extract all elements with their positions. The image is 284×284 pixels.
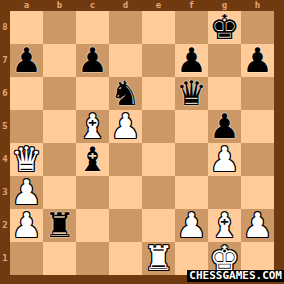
square-f2[interactable]: ♟: [175, 209, 208, 242]
square-f6[interactable]: ♛: [175, 77, 208, 110]
file-label-d: d: [109, 0, 142, 11]
file-label-e: e: [142, 0, 175, 11]
file-label-c: c: [76, 0, 109, 11]
piece-black-pawn-h7: ♟: [242, 44, 272, 77]
piece-white-pawn-f2: ♟: [176, 209, 206, 242]
square-g7[interactable]: [208, 44, 241, 77]
square-b1[interactable]: [43, 242, 76, 275]
square-h7[interactable]: ♟: [241, 44, 274, 77]
piece-white-pawn-a2: ♟: [11, 209, 41, 242]
piece-black-bishop-c4: ♝: [77, 143, 107, 176]
square-e6[interactable]: [142, 77, 175, 110]
square-g4[interactable]: ♟: [208, 143, 241, 176]
square-d4[interactable]: [109, 143, 142, 176]
square-h4[interactable]: [241, 143, 274, 176]
chessgames-watermark: CHESSGAMES.COM: [187, 270, 284, 282]
rank-label-1: 1: [0, 242, 10, 275]
square-c4[interactable]: ♝: [76, 143, 109, 176]
square-e8[interactable]: [142, 11, 175, 44]
square-f4[interactable]: [175, 143, 208, 176]
square-b2[interactable]: ♜: [43, 209, 76, 242]
square-b4[interactable]: [43, 143, 76, 176]
rank-label-6: 6: [0, 77, 10, 110]
piece-white-rook-e1: ♜: [143, 242, 173, 275]
square-h6[interactable]: [241, 77, 274, 110]
square-d3[interactable]: [109, 176, 142, 209]
square-c3[interactable]: [76, 176, 109, 209]
square-b5[interactable]: [43, 110, 76, 143]
square-e4[interactable]: [142, 143, 175, 176]
square-a7[interactable]: ♟: [10, 44, 43, 77]
piece-black-rook-b2: ♜: [44, 209, 74, 242]
square-a1[interactable]: [10, 242, 43, 275]
chess-board-diagram: abcdefgh 87654321 ♚♟♟♟♟♞♛♝♟♟♛♝♟♟♟♜♟♝♟♜♚ …: [0, 0, 284, 284]
square-e1[interactable]: ♜: [142, 242, 175, 275]
rank-label-7: 7: [0, 44, 10, 77]
rank-label-5: 5: [0, 110, 10, 143]
rank-label-8: 8: [0, 11, 10, 44]
file-label-b: b: [43, 0, 76, 11]
rank-labels: 87654321: [0, 11, 10, 275]
piece-black-pawn-c7: ♟: [77, 44, 107, 77]
chess-board: ♚♟♟♟♟♞♛♝♟♟♛♝♟♟♟♜♟♝♟♜♚: [10, 11, 274, 275]
rank-label-2: 2: [0, 209, 10, 242]
square-b6[interactable]: [43, 77, 76, 110]
square-h5[interactable]: [241, 110, 274, 143]
piece-black-queen-f6: ♛: [176, 77, 206, 110]
square-d2[interactable]: [109, 209, 142, 242]
square-g8[interactable]: ♚: [208, 11, 241, 44]
square-c2[interactable]: [76, 209, 109, 242]
square-f5[interactable]: [175, 110, 208, 143]
rank-label-3: 3: [0, 176, 10, 209]
square-h2[interactable]: ♟: [241, 209, 274, 242]
square-e3[interactable]: [142, 176, 175, 209]
piece-black-king-g8: ♚: [209, 11, 239, 44]
square-e5[interactable]: [142, 110, 175, 143]
square-d1[interactable]: [109, 242, 142, 275]
piece-white-pawn-h2: ♟: [242, 209, 272, 242]
square-c1[interactable]: [76, 242, 109, 275]
square-e7[interactable]: [142, 44, 175, 77]
rank-label-4: 4: [0, 143, 10, 176]
file-label-a: a: [10, 0, 43, 11]
piece-black-pawn-a7: ♟: [11, 44, 41, 77]
square-b8[interactable]: [43, 11, 76, 44]
square-b7[interactable]: [43, 44, 76, 77]
square-d5[interactable]: ♟: [109, 110, 142, 143]
square-c7[interactable]: ♟: [76, 44, 109, 77]
piece-white-pawn-d5: ♟: [110, 110, 140, 143]
square-d8[interactable]: [109, 11, 142, 44]
file-label-h: h: [241, 0, 274, 11]
file-label-f: f: [175, 0, 208, 11]
square-a2[interactable]: ♟: [10, 209, 43, 242]
piece-white-pawn-g4: ♟: [209, 143, 239, 176]
square-a6[interactable]: [10, 77, 43, 110]
